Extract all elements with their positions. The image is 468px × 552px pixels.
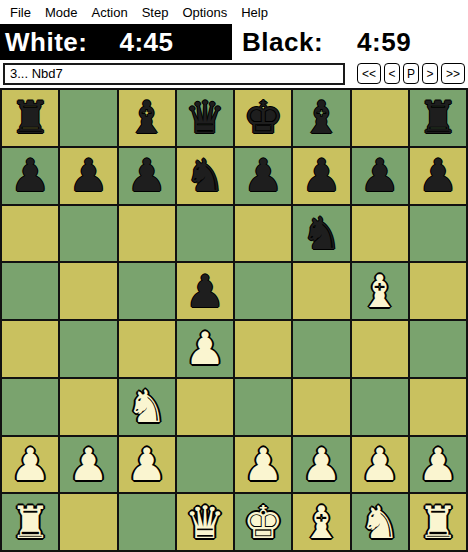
square-a6[interactable] bbox=[2, 206, 58, 262]
square-h8[interactable]: ♜ bbox=[410, 90, 466, 146]
white-knight-g1[interactable]: ♞ bbox=[359, 500, 399, 545]
square-c1[interactable] bbox=[119, 494, 175, 550]
white-bishop-g5[interactable]: ♝ bbox=[359, 269, 399, 314]
square-b2[interactable]: ♟ bbox=[60, 437, 116, 493]
white-pawn-c2[interactable]: ♟ bbox=[126, 442, 166, 487]
step-forward-button[interactable]: > bbox=[422, 63, 438, 84]
square-g6[interactable] bbox=[352, 206, 408, 262]
square-d8[interactable]: ♛ bbox=[177, 90, 233, 146]
square-d4[interactable]: ♟ bbox=[177, 321, 233, 377]
square-a3[interactable] bbox=[2, 379, 58, 435]
white-clock-label: White: bbox=[5, 27, 87, 58]
square-f6[interactable]: ♞ bbox=[293, 206, 349, 262]
square-e3[interactable] bbox=[235, 379, 291, 435]
square-f2[interactable]: ♟ bbox=[293, 437, 349, 493]
white-clock: White: 4:45 bbox=[0, 24, 232, 60]
square-f8[interactable]: ♝ bbox=[293, 90, 349, 146]
black-bishop-c8[interactable]: ♝ bbox=[126, 95, 166, 140]
square-g1[interactable]: ♞ bbox=[352, 494, 408, 550]
square-e1[interactable]: ♚ bbox=[235, 494, 291, 550]
square-a5[interactable] bbox=[2, 263, 58, 319]
square-e2[interactable]: ♟ bbox=[235, 437, 291, 493]
square-a8[interactable]: ♜ bbox=[2, 90, 58, 146]
white-pawn-b2[interactable]: ♟ bbox=[68, 442, 108, 487]
white-pawn-h2[interactable]: ♟ bbox=[418, 442, 458, 487]
square-h4[interactable] bbox=[410, 321, 466, 377]
white-rook-h1[interactable]: ♜ bbox=[418, 500, 458, 545]
square-f1[interactable]: ♝ bbox=[293, 494, 349, 550]
square-d3[interactable] bbox=[177, 379, 233, 435]
square-f7[interactable]: ♟ bbox=[293, 148, 349, 204]
black-pawn-f7[interactable]: ♟ bbox=[301, 153, 341, 198]
square-a1[interactable]: ♜ bbox=[2, 494, 58, 550]
square-h1[interactable]: ♜ bbox=[410, 494, 466, 550]
square-g7[interactable]: ♟ bbox=[352, 148, 408, 204]
square-g8[interactable] bbox=[352, 90, 408, 146]
square-e4[interactable] bbox=[235, 321, 291, 377]
nav-buttons: << < P > >> bbox=[357, 63, 465, 84]
chess-app-window: File Mode Action Step Options Help White… bbox=[0, 0, 468, 552]
square-a2[interactable]: ♟ bbox=[2, 437, 58, 493]
square-b1[interactable] bbox=[60, 494, 116, 550]
square-b6[interactable] bbox=[60, 206, 116, 262]
menu-file[interactable]: File bbox=[10, 5, 31, 20]
square-c7[interactable]: ♟ bbox=[119, 148, 175, 204]
square-d6[interactable] bbox=[177, 206, 233, 262]
menu-bar: File Mode Action Step Options Help bbox=[0, 0, 468, 24]
square-f3[interactable] bbox=[293, 379, 349, 435]
square-c3[interactable]: ♞ bbox=[119, 379, 175, 435]
square-e7[interactable]: ♟ bbox=[235, 148, 291, 204]
white-rook-a1[interactable]: ♜ bbox=[10, 500, 50, 545]
square-b3[interactable] bbox=[60, 379, 116, 435]
black-knight-d7[interactable]: ♞ bbox=[185, 153, 225, 198]
square-b5[interactable] bbox=[60, 263, 116, 319]
white-pawn-d4[interactable]: ♟ bbox=[185, 326, 225, 371]
black-rook-h8[interactable]: ♜ bbox=[418, 95, 458, 140]
square-g4[interactable] bbox=[352, 321, 408, 377]
black-pawn-c7[interactable]: ♟ bbox=[126, 153, 166, 198]
square-b4[interactable] bbox=[60, 321, 116, 377]
black-clock-time: 4:59 bbox=[357, 27, 411, 58]
menu-action[interactable]: Action bbox=[91, 5, 127, 20]
square-b7[interactable]: ♟ bbox=[60, 148, 116, 204]
menu-mode[interactable]: Mode bbox=[45, 5, 78, 20]
square-g2[interactable]: ♟ bbox=[352, 437, 408, 493]
square-c4[interactable] bbox=[119, 321, 175, 377]
square-g3[interactable] bbox=[352, 379, 408, 435]
black-bishop-f8[interactable]: ♝ bbox=[301, 95, 341, 140]
square-d1[interactable]: ♛ bbox=[177, 494, 233, 550]
black-pawn-d5[interactable]: ♟ bbox=[185, 269, 225, 314]
black-pawn-h7[interactable]: ♟ bbox=[418, 153, 458, 198]
white-pawn-e2[interactable]: ♟ bbox=[243, 442, 283, 487]
white-pawn-f2[interactable]: ♟ bbox=[301, 442, 341, 487]
black-pawn-b7[interactable]: ♟ bbox=[68, 153, 108, 198]
white-pawn-a2[interactable]: ♟ bbox=[10, 442, 50, 487]
pause-button[interactable]: P bbox=[403, 63, 419, 84]
square-e5[interactable] bbox=[235, 263, 291, 319]
square-e6[interactable] bbox=[235, 206, 291, 262]
step-back-button[interactable]: < bbox=[384, 63, 400, 84]
square-h7[interactable]: ♟ bbox=[410, 148, 466, 204]
white-clock-time: 4:45 bbox=[119, 27, 173, 58]
black-rook-a8[interactable]: ♜ bbox=[10, 95, 50, 140]
control-row: << < P > >> bbox=[0, 60, 468, 88]
square-b8[interactable] bbox=[60, 90, 116, 146]
square-c8[interactable]: ♝ bbox=[119, 90, 175, 146]
black-knight-f6[interactable]: ♞ bbox=[301, 211, 341, 256]
square-g5[interactable]: ♝ bbox=[352, 263, 408, 319]
square-f5[interactable] bbox=[293, 263, 349, 319]
go-to-end-button[interactable]: >> bbox=[441, 63, 465, 84]
menu-help[interactable]: Help bbox=[241, 5, 268, 20]
square-d7[interactable]: ♞ bbox=[177, 148, 233, 204]
square-a4[interactable] bbox=[2, 321, 58, 377]
white-pawn-g2[interactable]: ♟ bbox=[359, 442, 399, 487]
black-clock-label: Black: bbox=[242, 27, 323, 58]
square-d2[interactable] bbox=[177, 437, 233, 493]
chess-board: ♜♝♛♚♝♜♟♟♟♞♟♟♟♟♞♟♝♟♞♟♟♟♟♟♟♟♜♛♚♝♞♜ bbox=[0, 88, 468, 552]
white-queen-d1[interactable]: ♛ bbox=[185, 500, 225, 545]
move-input[interactable] bbox=[3, 63, 345, 85]
square-h5[interactable] bbox=[410, 263, 466, 319]
black-queen-d8[interactable]: ♛ bbox=[185, 95, 225, 140]
white-knight-c3[interactable]: ♞ bbox=[126, 384, 166, 429]
black-pawn-a7[interactable]: ♟ bbox=[10, 153, 50, 198]
menu-step[interactable]: Step bbox=[142, 5, 169, 20]
white-king-e1[interactable]: ♚ bbox=[243, 500, 283, 545]
square-c6[interactable] bbox=[119, 206, 175, 262]
go-to-start-button[interactable]: << bbox=[357, 63, 381, 84]
square-h3[interactable] bbox=[410, 379, 466, 435]
clock-row: White: 4:45 Black: 4:59 bbox=[0, 24, 468, 60]
square-h6[interactable] bbox=[410, 206, 466, 262]
square-e8[interactable]: ♚ bbox=[235, 90, 291, 146]
black-pawn-g7[interactable]: ♟ bbox=[359, 153, 399, 198]
menu-options[interactable]: Options bbox=[182, 5, 227, 20]
square-f4[interactable] bbox=[293, 321, 349, 377]
square-c5[interactable] bbox=[119, 263, 175, 319]
square-h2[interactable]: ♟ bbox=[410, 437, 466, 493]
black-king-e8[interactable]: ♚ bbox=[243, 95, 283, 140]
square-a7[interactable]: ♟ bbox=[2, 148, 58, 204]
black-clock: Black: 4:59 bbox=[242, 24, 411, 60]
square-d5[interactable]: ♟ bbox=[177, 263, 233, 319]
white-bishop-f1[interactable]: ♝ bbox=[301, 500, 341, 545]
black-pawn-e7[interactable]: ♟ bbox=[243, 153, 283, 198]
square-c2[interactable]: ♟ bbox=[119, 437, 175, 493]
